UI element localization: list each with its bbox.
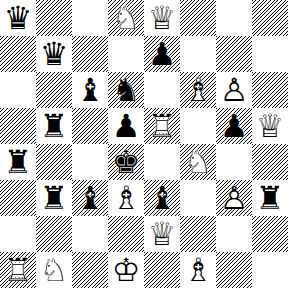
square-e2[interactable]: ♛♕: [144, 216, 180, 252]
square-g3[interactable]: ♟♙: [216, 180, 252, 216]
square-b6[interactable]: [36, 72, 72, 108]
square-h7[interactable]: [252, 36, 288, 72]
square-f1[interactable]: ♝♗: [180, 252, 216, 288]
square-g4[interactable]: [216, 144, 252, 180]
piece-black-rook: ♜: [36, 180, 72, 216]
square-a3[interactable]: [0, 180, 36, 216]
square-c7[interactable]: [72, 36, 108, 72]
square-a1[interactable]: ♜♖: [0, 252, 36, 288]
square-g2[interactable]: [216, 216, 252, 252]
square-c6[interactable]: ♝♝: [72, 72, 108, 108]
square-g7[interactable]: [216, 36, 252, 72]
square-d4[interactable]: ♚♚: [108, 144, 144, 180]
piece-white-rook: ♖: [144, 108, 180, 144]
piece-black-rook: ♜: [0, 144, 36, 180]
piece-white-queen: ♕: [144, 0, 180, 36]
square-c2[interactable]: [72, 216, 108, 252]
square-h1[interactable]: [252, 252, 288, 288]
piece-black-queen: ♛: [0, 0, 36, 36]
square-c5[interactable]: [72, 108, 108, 144]
piece-white-king: ♔: [108, 252, 144, 288]
square-b2[interactable]: [36, 216, 72, 252]
square-f5[interactable]: [180, 108, 216, 144]
piece-white-bishop: ♗: [180, 72, 216, 108]
piece-black-king: ♚: [108, 144, 144, 180]
square-f7[interactable]: [180, 36, 216, 72]
piece-white-queen: ♕: [252, 108, 288, 144]
square-f6[interactable]: ♝♗: [180, 72, 216, 108]
piece-white-queen: ♕: [144, 216, 180, 252]
square-b7[interactable]: ♛♛: [36, 36, 72, 72]
square-e8[interactable]: ♛♕: [144, 0, 180, 36]
square-f2[interactable]: [180, 216, 216, 252]
square-h6[interactable]: [252, 72, 288, 108]
square-d7[interactable]: [108, 36, 144, 72]
square-f4[interactable]: ♞♘: [180, 144, 216, 180]
piece-white-rook: ♖: [0, 252, 36, 288]
square-d5[interactable]: ♟♟: [108, 108, 144, 144]
square-d3[interactable]: ♝♗: [108, 180, 144, 216]
square-h2[interactable]: [252, 216, 288, 252]
piece-black-bishop: ♝: [72, 180, 108, 216]
piece-black-bishop: ♝: [72, 72, 108, 108]
square-b5[interactable]: ♜♜: [36, 108, 72, 144]
square-e1[interactable]: [144, 252, 180, 288]
piece-white-pawn: ♙: [216, 72, 252, 108]
square-e6[interactable]: [144, 72, 180, 108]
square-h5[interactable]: ♛♕: [252, 108, 288, 144]
square-d8[interactable]: ♞♘: [108, 0, 144, 36]
piece-black-rook: ♜: [36, 108, 72, 144]
square-c4[interactable]: [72, 144, 108, 180]
square-e4[interactable]: [144, 144, 180, 180]
piece-black-pawn: ♟: [144, 36, 180, 72]
chess-board: ♛♛♞♘♛♕♛♛♟♟♝♝♞♞♝♗♟♙♜♜♟♟♜♖♟♟♛♕♜♜♚♚♞♘♜♜♝♝♝♗…: [0, 0, 288, 288]
piece-white-bishop: ♗: [180, 252, 216, 288]
piece-black-knight: ♞: [108, 72, 144, 108]
square-g1[interactable]: [216, 252, 252, 288]
piece-white-knight: ♘: [108, 0, 144, 36]
square-b1[interactable]: ♞♘: [36, 252, 72, 288]
square-d6[interactable]: ♞♞: [108, 72, 144, 108]
square-a5[interactable]: [0, 108, 36, 144]
piece-black-queen: ♛: [36, 36, 72, 72]
square-a8[interactable]: ♛♛: [0, 0, 36, 36]
square-f3[interactable]: [180, 180, 216, 216]
square-g8[interactable]: [216, 0, 252, 36]
piece-black-bishop: ♝: [144, 180, 180, 216]
piece-white-knight: ♘: [36, 252, 72, 288]
square-b8[interactable]: [36, 0, 72, 36]
square-h8[interactable]: [252, 0, 288, 36]
piece-black-pawn: ♟: [216, 108, 252, 144]
piece-white-knight: ♘: [180, 144, 216, 180]
piece-white-bishop: ♗: [108, 180, 144, 216]
square-b4[interactable]: [36, 144, 72, 180]
piece-white-pawn: ♙: [216, 180, 252, 216]
square-c3[interactable]: ♝♝: [72, 180, 108, 216]
square-h3[interactable]: ♜♜: [252, 180, 288, 216]
square-d2[interactable]: [108, 216, 144, 252]
square-g5[interactable]: ♟♟: [216, 108, 252, 144]
square-a7[interactable]: [0, 36, 36, 72]
square-a4[interactable]: ♜♜: [0, 144, 36, 180]
square-a6[interactable]: [0, 72, 36, 108]
square-e3[interactable]: ♝♝: [144, 180, 180, 216]
piece-black-pawn: ♟: [108, 108, 144, 144]
square-a2[interactable]: [0, 216, 36, 252]
square-d1[interactable]: ♚♔: [108, 252, 144, 288]
square-e7[interactable]: ♟♟: [144, 36, 180, 72]
square-b3[interactable]: ♜♜: [36, 180, 72, 216]
square-e5[interactable]: ♜♖: [144, 108, 180, 144]
square-h4[interactable]: [252, 144, 288, 180]
square-c1[interactable]: [72, 252, 108, 288]
piece-black-rook: ♜: [252, 180, 288, 216]
square-c8[interactable]: [72, 0, 108, 36]
square-g6[interactable]: ♟♙: [216, 72, 252, 108]
square-f8[interactable]: [180, 0, 216, 36]
